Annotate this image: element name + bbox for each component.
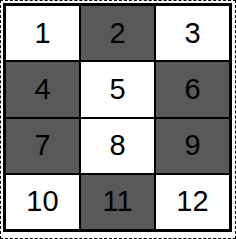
grid-cell[interactable]: 11 (81, 175, 154, 229)
grid-cell[interactable]: 9 (156, 119, 229, 173)
grid-cell[interactable]: 7 (6, 119, 79, 173)
grid-cell[interactable]: 12 (156, 175, 229, 229)
grid-cell[interactable]: 8 (81, 119, 154, 173)
image-canvas: 123456789101112 (0, 0, 236, 239)
grid-cell[interactable]: 6 (156, 62, 229, 116)
grid-cell[interactable]: 4 (6, 62, 79, 116)
grid-cell[interactable]: 10 (6, 175, 79, 229)
grid-cell[interactable]: 1 (6, 6, 79, 60)
grid-cell[interactable]: 2 (81, 6, 154, 60)
number-grid: 123456789101112 (3, 3, 232, 232)
grid-cell[interactable]: 3 (156, 6, 229, 60)
grid-cell[interactable]: 5 (81, 62, 154, 116)
